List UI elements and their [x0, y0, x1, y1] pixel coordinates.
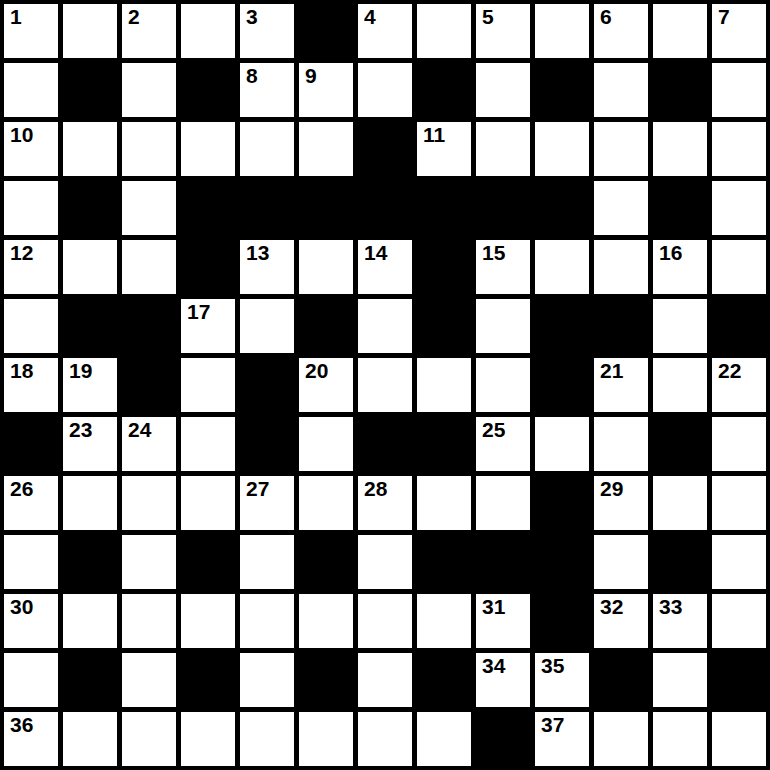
white-cell-0-2[interactable]: 2	[122, 4, 176, 58]
white-cell-5-3[interactable]: 17	[181, 299, 235, 353]
black-cell-4-7	[417, 240, 471, 294]
white-cell-2-8[interactable]	[476, 122, 530, 176]
white-cell-10-6[interactable]	[358, 594, 412, 648]
black-cell-9-8	[476, 535, 530, 589]
black-cell-5-9	[535, 299, 589, 353]
white-cell-3-0[interactable]	[4, 181, 58, 235]
white-cell-0-4[interactable]: 3	[240, 4, 294, 58]
clue-number-25: 25	[482, 418, 505, 441]
white-cell-12-2[interactable]	[122, 712, 176, 766]
white-cell-1-10[interactable]	[594, 63, 648, 117]
white-cell-7-10[interactable]	[594, 417, 648, 471]
white-cell-0-0[interactable]: 1	[4, 4, 58, 58]
clue-number-9: 9	[305, 64, 317, 87]
white-cell-11-0[interactable]	[4, 653, 58, 707]
black-cell-7-0	[4, 417, 58, 471]
white-cell-1-2[interactable]	[122, 63, 176, 117]
clue-number-22: 22	[718, 359, 741, 382]
clue-number-26: 26	[10, 477, 33, 500]
white-cell-9-0[interactable]	[4, 535, 58, 589]
white-cell-10-11[interactable]: 33	[653, 594, 707, 648]
white-cell-0-8[interactable]: 5	[476, 4, 530, 58]
black-cell-6-9	[535, 358, 589, 412]
white-cell-6-0[interactable]: 18	[4, 358, 58, 412]
clue-number-4: 4	[364, 5, 376, 28]
white-cell-8-2[interactable]	[122, 476, 176, 530]
white-cell-12-6[interactable]	[358, 712, 412, 766]
clue-number-33: 33	[659, 595, 682, 618]
black-cell-5-2	[122, 299, 176, 353]
white-cell-4-1[interactable]	[63, 240, 117, 294]
white-cell-12-7[interactable]	[417, 712, 471, 766]
white-cell-12-9[interactable]: 37	[535, 712, 589, 766]
clue-number-37: 37	[541, 713, 564, 736]
black-cell-1-3	[181, 63, 235, 117]
white-cell-1-8[interactable]	[476, 63, 530, 117]
white-cell-7-12[interactable]	[712, 417, 766, 471]
white-cell-2-1[interactable]	[63, 122, 117, 176]
black-cell-6-4	[240, 358, 294, 412]
white-cell-6-10[interactable]: 21	[594, 358, 648, 412]
clue-number-30: 30	[10, 595, 33, 618]
white-cell-6-6[interactable]	[358, 358, 412, 412]
black-cell-1-1	[63, 63, 117, 117]
white-cell-1-4[interactable]: 8	[240, 63, 294, 117]
white-cell-10-1[interactable]	[63, 594, 117, 648]
clue-number-27: 27	[246, 477, 269, 500]
black-cell-3-11	[653, 181, 707, 235]
white-cell-4-4[interactable]: 13	[240, 240, 294, 294]
white-cell-0-12[interactable]: 7	[712, 4, 766, 58]
white-cell-11-2[interactable]	[122, 653, 176, 707]
white-cell-7-3[interactable]	[181, 417, 235, 471]
black-cell-12-8	[476, 712, 530, 766]
black-cell-5-1	[63, 299, 117, 353]
black-cell-6-2	[122, 358, 176, 412]
white-cell-5-8[interactable]	[476, 299, 530, 353]
white-cell-8-3[interactable]	[181, 476, 235, 530]
black-cell-11-7	[417, 653, 471, 707]
white-cell-6-11[interactable]	[653, 358, 707, 412]
white-cell-4-6[interactable]: 14	[358, 240, 412, 294]
white-cell-6-8[interactable]	[476, 358, 530, 412]
white-cell-6-1[interactable]: 19	[63, 358, 117, 412]
white-cell-4-8[interactable]: 15	[476, 240, 530, 294]
white-cell-6-3[interactable]	[181, 358, 235, 412]
white-cell-8-12[interactable]	[712, 476, 766, 530]
clue-number-14: 14	[364, 241, 387, 264]
white-cell-12-10[interactable]	[594, 712, 648, 766]
black-cell-3-7	[417, 181, 471, 235]
white-cell-5-0[interactable]	[4, 299, 58, 353]
black-cell-9-7	[417, 535, 471, 589]
white-cell-3-12[interactable]	[712, 181, 766, 235]
black-cell-3-4	[240, 181, 294, 235]
white-cell-11-6[interactable]	[358, 653, 412, 707]
white-cell-8-4[interactable]: 27	[240, 476, 294, 530]
black-cell-9-3	[181, 535, 235, 589]
white-cell-7-2[interactable]: 24	[122, 417, 176, 471]
white-cell-8-10[interactable]: 29	[594, 476, 648, 530]
black-cell-1-9	[535, 63, 589, 117]
white-cell-10-10[interactable]: 32	[594, 594, 648, 648]
white-cell-11-11[interactable]	[653, 653, 707, 707]
black-cell-3-9	[535, 181, 589, 235]
clue-number-35: 35	[541, 654, 564, 677]
white-cell-11-4[interactable]	[240, 653, 294, 707]
clue-number-13: 13	[246, 241, 269, 264]
white-cell-2-5[interactable]	[299, 122, 353, 176]
white-cell-12-5[interactable]	[299, 712, 353, 766]
white-cell-4-9[interactable]	[535, 240, 589, 294]
black-cell-11-1	[63, 653, 117, 707]
white-cell-4-2[interactable]	[122, 240, 176, 294]
black-cell-9-1	[63, 535, 117, 589]
black-cell-10-9	[535, 594, 589, 648]
clue-number-34: 34	[482, 654, 505, 677]
white-cell-4-0[interactable]: 12	[4, 240, 58, 294]
white-cell-12-0[interactable]: 36	[4, 712, 58, 766]
black-cell-5-5	[299, 299, 353, 353]
white-cell-1-0[interactable]	[4, 63, 58, 117]
black-cell-2-6	[358, 122, 412, 176]
black-cell-9-5	[299, 535, 353, 589]
white-cell-3-10[interactable]	[594, 181, 648, 235]
black-cell-7-11	[653, 417, 707, 471]
white-cell-5-4[interactable]	[240, 299, 294, 353]
white-cell-1-5[interactable]: 9	[299, 63, 353, 117]
clue-number-16: 16	[659, 241, 682, 264]
white-cell-0-3[interactable]	[181, 4, 235, 58]
clue-number-17: 17	[187, 300, 210, 323]
black-cell-11-12	[712, 653, 766, 707]
clue-number-19: 19	[69, 359, 92, 382]
white-cell-2-9[interactable]	[535, 122, 589, 176]
white-cell-10-3[interactable]	[181, 594, 235, 648]
white-cell-4-10[interactable]	[594, 240, 648, 294]
clue-number-8: 8	[246, 64, 258, 87]
clue-number-32: 32	[600, 595, 623, 618]
white-cell-8-11[interactable]	[653, 476, 707, 530]
clue-number-36: 36	[10, 713, 33, 736]
black-cell-3-8	[476, 181, 530, 235]
black-cell-5-10	[594, 299, 648, 353]
white-cell-10-4[interactable]	[240, 594, 294, 648]
black-cell-3-6	[358, 181, 412, 235]
black-cell-4-3	[181, 240, 235, 294]
black-cell-1-7	[417, 63, 471, 117]
white-cell-5-6[interactable]	[358, 299, 412, 353]
white-cell-2-12[interactable]	[712, 122, 766, 176]
clue-number-2: 2	[128, 5, 140, 28]
black-cell-5-12	[712, 299, 766, 353]
white-cell-12-1[interactable]	[63, 712, 117, 766]
white-cell-0-9[interactable]	[535, 4, 589, 58]
white-cell-9-2[interactable]	[122, 535, 176, 589]
clue-number-18: 18	[10, 359, 33, 382]
black-cell-7-4	[240, 417, 294, 471]
white-cell-3-2[interactable]	[122, 181, 176, 235]
white-cell-11-9[interactable]: 35	[535, 653, 589, 707]
black-cell-8-9	[535, 476, 589, 530]
clue-number-5: 5	[482, 5, 494, 28]
black-cell-11-3	[181, 653, 235, 707]
white-cell-6-5[interactable]: 20	[299, 358, 353, 412]
white-cell-7-5[interactable]	[299, 417, 353, 471]
white-cell-12-3[interactable]	[181, 712, 235, 766]
white-cell-2-7[interactable]: 11	[417, 122, 471, 176]
clue-number-21: 21	[600, 359, 623, 382]
white-cell-4-5[interactable]	[299, 240, 353, 294]
white-cell-2-11[interactable]	[653, 122, 707, 176]
white-cell-6-7[interactable]	[417, 358, 471, 412]
clue-number-3: 3	[246, 5, 258, 28]
black-cell-11-5	[299, 653, 353, 707]
white-cell-10-5[interactable]	[299, 594, 353, 648]
black-cell-7-6	[358, 417, 412, 471]
black-cell-3-3	[181, 181, 235, 235]
clue-number-10: 10	[10, 123, 33, 146]
white-cell-8-0[interactable]: 26	[4, 476, 58, 530]
clue-number-11: 11	[423, 123, 445, 146]
black-cell-0-5	[299, 4, 353, 58]
clue-number-29: 29	[600, 477, 623, 500]
white-cell-8-1[interactable]	[63, 476, 117, 530]
black-cell-3-5	[299, 181, 353, 235]
white-cell-8-6[interactable]: 28	[358, 476, 412, 530]
white-cell-7-9[interactable]	[535, 417, 589, 471]
white-cell-0-7[interactable]	[417, 4, 471, 58]
white-cell-4-11[interactable]: 16	[653, 240, 707, 294]
white-cell-9-6[interactable]	[358, 535, 412, 589]
clue-number-28: 28	[364, 477, 387, 500]
white-cell-10-7[interactable]	[417, 594, 471, 648]
white-cell-2-3[interactable]	[181, 122, 235, 176]
black-cell-11-10	[594, 653, 648, 707]
white-cell-10-12[interactable]	[712, 594, 766, 648]
white-cell-10-8[interactable]: 31	[476, 594, 530, 648]
white-cell-0-11[interactable]	[653, 4, 707, 58]
white-cell-0-1[interactable]	[63, 4, 117, 58]
clue-number-7: 7	[718, 5, 730, 28]
black-cell-9-9	[535, 535, 589, 589]
black-cell-5-7	[417, 299, 471, 353]
clue-number-24: 24	[128, 418, 151, 441]
black-cell-7-7	[417, 417, 471, 471]
black-cell-3-1	[63, 181, 117, 235]
white-cell-8-8[interactable]	[476, 476, 530, 530]
white-cell-10-2[interactable]	[122, 594, 176, 648]
white-cell-7-1[interactable]: 23	[63, 417, 117, 471]
white-cell-2-2[interactable]	[122, 122, 176, 176]
clue-number-20: 20	[305, 359, 328, 382]
white-cell-0-10[interactable]: 6	[594, 4, 648, 58]
crossword-grid: 1234567891011121314151617181920212223242…	[0, 0, 770, 770]
white-cell-9-10[interactable]	[594, 535, 648, 589]
white-cell-6-12[interactable]: 22	[712, 358, 766, 412]
black-cell-1-11	[653, 63, 707, 117]
white-cell-9-12[interactable]	[712, 535, 766, 589]
white-cell-11-8[interactable]: 34	[476, 653, 530, 707]
white-cell-12-12[interactable]	[712, 712, 766, 766]
white-cell-9-4[interactable]	[240, 535, 294, 589]
white-cell-5-11[interactable]	[653, 299, 707, 353]
white-cell-8-5[interactable]	[299, 476, 353, 530]
clue-number-31: 31	[482, 595, 505, 618]
white-cell-2-10[interactable]	[594, 122, 648, 176]
white-cell-12-4[interactable]	[240, 712, 294, 766]
black-cell-9-11	[653, 535, 707, 589]
clue-number-23: 23	[69, 418, 92, 441]
clue-number-12: 12	[10, 241, 33, 264]
white-cell-2-0[interactable]: 10	[4, 122, 58, 176]
white-cell-12-11[interactable]	[653, 712, 707, 766]
white-cell-1-6[interactable]	[358, 63, 412, 117]
white-cell-2-4[interactable]	[240, 122, 294, 176]
white-cell-0-6[interactable]: 4	[358, 4, 412, 58]
white-cell-1-12[interactable]	[712, 63, 766, 117]
white-cell-10-0[interactable]: 30	[4, 594, 58, 648]
clue-number-15: 15	[482, 241, 505, 264]
white-cell-8-7[interactable]	[417, 476, 471, 530]
clue-number-1: 1	[10, 5, 22, 28]
white-cell-4-12[interactable]	[712, 240, 766, 294]
white-cell-7-8[interactable]: 25	[476, 417, 530, 471]
clue-number-6: 6	[600, 5, 612, 28]
